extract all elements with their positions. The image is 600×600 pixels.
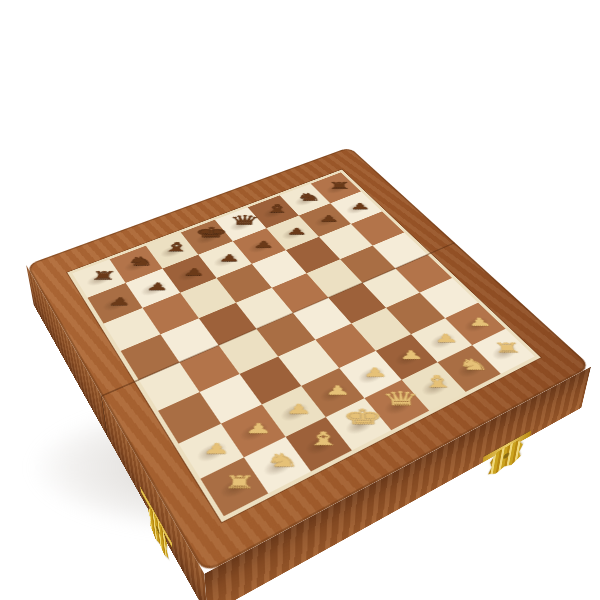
piece-black-knight-b8[interactable]: ♞ (119, 255, 161, 269)
piece-black-king-d8[interactable]: ♚ (191, 225, 231, 241)
piece-black-knight-g8[interactable]: ♞ (291, 192, 328, 204)
piece-black-rook-h8[interactable]: ♜ (321, 181, 358, 192)
piece-black-pawn-d7[interactable]: ♟ (209, 253, 249, 264)
product-photo-stage: ♜♞♝♚♛♝♞♜♟♟♟♟♟♟♟♟♟♟♟♟♟♟♟♟♜♞♝♚♛♝♞♜ (0, 0, 600, 600)
piece-black-bishop-f8[interactable]: ♝ (258, 203, 296, 216)
chess-board-box: ♜♞♝♚♛♝♞♜♟♟♟♟♟♟♟♟♟♟♟♟♟♟♟♟♜♞♝♚♛♝♞♜ (26, 147, 591, 574)
piece-black-pawn-g7[interactable]: ♟ (310, 214, 348, 224)
piece-black-pawn-f7[interactable]: ♟ (278, 227, 317, 237)
square-c3[interactable] (240, 357, 302, 405)
square-d4[interactable] (256, 313, 315, 357)
square-a4[interactable] (139, 362, 200, 410)
front-right-clasp (480, 427, 534, 482)
square-c4[interactable] (219, 329, 279, 374)
square-d1[interactable] (326, 398, 392, 450)
piece-black-bishop-c8[interactable]: ♝ (156, 241, 197, 255)
piece-black-pawn-c7[interactable]: ♟ (173, 267, 214, 278)
square-a3[interactable] (158, 392, 221, 444)
square-f2[interactable] (376, 334, 438, 380)
square-b3[interactable] (200, 374, 262, 424)
square-c1[interactable] (286, 417, 352, 471)
board-top-face: ♜♞♝♚♛♝♞♜♟♟♟♟♟♟♟♟♟♟♟♟♟♟♟♟♜♞♝♚♛♝♞♜ (26, 147, 591, 574)
square-b4[interactable] (179, 345, 239, 392)
square-c2[interactable] (262, 386, 326, 437)
square-a1[interactable] (200, 457, 268, 516)
square-e2[interactable] (339, 351, 401, 398)
piece-black-pawn-h7[interactable]: ♟ (341, 202, 379, 212)
square-f1[interactable] (402, 362, 466, 410)
square-b1[interactable] (244, 437, 311, 494)
piece-black-pawn-a7[interactable]: ♟ (98, 296, 142, 308)
square-d3[interactable] (278, 340, 339, 386)
square-d2[interactable] (301, 368, 364, 417)
piece-black-rook-a8[interactable]: ♜ (82, 270, 125, 283)
square-g1[interactable] (438, 345, 501, 392)
square-h1[interactable] (472, 329, 535, 374)
square-e3[interactable] (315, 323, 375, 368)
square-b2[interactable] (221, 404, 286, 457)
square-a2[interactable] (179, 424, 244, 479)
piece-black-queen-e8[interactable]: ♛ (225, 214, 264, 229)
square-e1[interactable] (364, 380, 429, 430)
piece-black-pawn-b7[interactable]: ♟ (136, 281, 179, 293)
square-g2[interactable] (411, 318, 472, 362)
square-a6[interactable] (104, 308, 161, 351)
square-f3[interactable] (351, 308, 411, 351)
piece-black-pawn-e7[interactable]: ♟ (244, 240, 283, 251)
perspective-scene: ♜♞♝♚♛♝♞♜♟♟♟♟♟♟♟♟♟♟♟♟♟♟♟♟♜♞♝♚♛♝♞♜ (0, 0, 600, 600)
